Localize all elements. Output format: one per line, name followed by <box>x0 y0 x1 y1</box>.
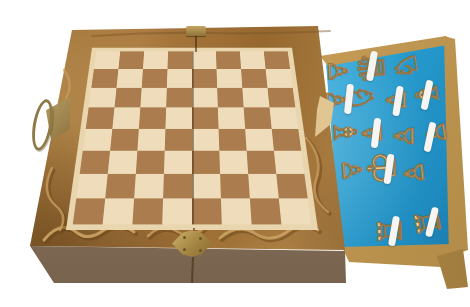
square-a8[interactable] <box>94 51 120 69</box>
tray-piece-pawn[interactable]: ♙ <box>391 124 417 147</box>
square-h8[interactable] <box>264 51 290 69</box>
square-b1[interactable] <box>103 198 135 224</box>
square-c6[interactable] <box>140 88 167 108</box>
square-b5[interactable] <box>112 108 140 129</box>
square-g2[interactable] <box>248 174 279 199</box>
square-d3[interactable] <box>164 150 192 173</box>
square-e5[interactable] <box>192 108 219 129</box>
square-b3[interactable] <box>108 150 138 173</box>
square-a6[interactable] <box>89 88 117 108</box>
tray-piece-king[interactable]: ♔ <box>362 150 402 186</box>
square-g4[interactable] <box>245 128 274 150</box>
square-h5[interactable] <box>270 108 299 129</box>
square-h1[interactable] <box>279 198 311 224</box>
square-f4[interactable] <box>219 128 247 150</box>
square-c4[interactable] <box>137 128 165 150</box>
square-e3[interactable] <box>192 150 220 173</box>
square-b2[interactable] <box>105 174 136 199</box>
square-c5[interactable] <box>139 108 166 129</box>
square-b6[interactable] <box>114 88 141 108</box>
square-g5[interactable] <box>244 108 272 129</box>
square-f7[interactable] <box>217 69 243 88</box>
square-e4[interactable] <box>192 128 219 150</box>
square-d6[interactable] <box>166 88 192 108</box>
square-d5[interactable] <box>165 108 192 129</box>
square-c8[interactable] <box>143 51 168 69</box>
screw-dot <box>199 237 202 240</box>
square-g3[interactable] <box>247 150 277 173</box>
screw-dot <box>183 236 186 239</box>
square-h4[interactable] <box>272 128 302 150</box>
square-a7[interactable] <box>91 69 118 88</box>
photo-scene: ♙♕♘♙♘♙♗♗♙♙♙♙♔♙♖♖ <box>0 0 470 307</box>
square-h2[interactable] <box>276 174 307 199</box>
square-c3[interactable] <box>136 150 165 173</box>
square-f6[interactable] <box>217 88 244 108</box>
square-e1[interactable] <box>192 198 222 224</box>
square-a2[interactable] <box>76 174 107 199</box>
square-e8[interactable] <box>192 51 217 69</box>
square-h3[interactable] <box>274 150 304 173</box>
top-hinge <box>186 26 206 36</box>
square-f2[interactable] <box>220 174 250 199</box>
square-f5[interactable] <box>218 108 245 129</box>
screw-dot <box>183 248 186 251</box>
square-f3[interactable] <box>219 150 248 173</box>
square-h6[interactable] <box>268 88 296 108</box>
screw-dot <box>199 249 202 252</box>
square-g7[interactable] <box>241 69 267 88</box>
tray-piece-pawn[interactable]: ♙ <box>325 59 352 83</box>
square-d4[interactable] <box>165 128 192 150</box>
square-a4[interactable] <box>83 128 113 150</box>
square-g8[interactable] <box>240 51 266 69</box>
square-c2[interactable] <box>134 174 164 199</box>
chess-board <box>66 48 318 230</box>
tray-piece-pawn[interactable]: ♙ <box>400 160 429 186</box>
square-e2[interactable] <box>192 174 221 199</box>
square-b7[interactable] <box>116 69 142 88</box>
square-e6[interactable] <box>192 88 218 108</box>
square-d7[interactable] <box>167 69 192 88</box>
square-g1[interactable] <box>250 198 282 224</box>
square-g6[interactable] <box>242 88 269 108</box>
square-c1[interactable] <box>132 198 163 224</box>
square-b4[interactable] <box>110 128 139 150</box>
square-a3[interactable] <box>80 150 110 173</box>
square-a1[interactable] <box>73 198 105 224</box>
square-h7[interactable] <box>266 69 293 88</box>
tray-piece-knight[interactable]: ♘ <box>389 50 423 82</box>
square-f8[interactable] <box>216 51 241 69</box>
square-d8[interactable] <box>167 51 192 69</box>
square-f1[interactable] <box>221 198 252 224</box>
square-d2[interactable] <box>163 174 192 199</box>
square-e7[interactable] <box>192 69 217 88</box>
square-b8[interactable] <box>118 51 144 69</box>
square-d1[interactable] <box>162 198 192 224</box>
square-c7[interactable] <box>142 69 168 88</box>
square-a5[interactable] <box>86 108 115 129</box>
